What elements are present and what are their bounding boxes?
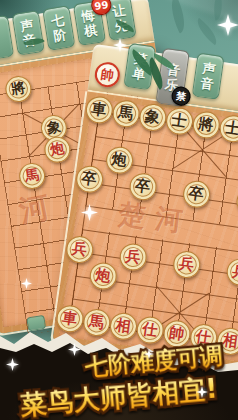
tab-char: 阶 [52,27,67,43]
sparkle-icon [21,278,32,289]
tab-char: 声 [20,18,35,34]
tab-char: 音 [200,76,215,91]
screenshot-stage: 河 声音七阶悔棋让先 99 將象炮馬 楚河 菜单音乐 [0,0,238,420]
sparkle-icon [6,358,19,371]
tab-char: 棋 [83,23,98,39]
bottom-mini-tab [26,315,46,332]
sparkle-icon [196,386,208,398]
tab-char: 声 [202,61,217,76]
sparkle-icon [113,38,127,52]
tab-char: 七 [50,13,65,29]
tab-char: 让 [111,3,126,19]
sparkle-icon [144,349,154,359]
sparkle-icon [81,204,98,221]
sparkle-icon [217,14,238,36]
sparkle-icon [68,343,81,356]
